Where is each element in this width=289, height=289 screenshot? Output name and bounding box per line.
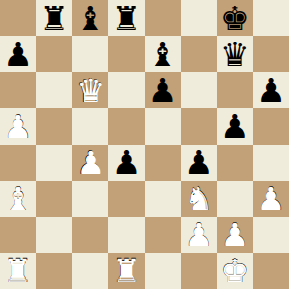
black-king[interactable]: ♚ — [220, 2, 250, 35]
square-h2[interactable] — [253, 217, 289, 253]
white-pawn[interactable]: ♟♙ — [220, 218, 250, 251]
square-b6[interactable] — [36, 72, 72, 108]
black-rook-glyph-fill: ♜ — [39, 2, 69, 35]
white-pawn-glyph-fill: ♟ — [76, 147, 105, 179]
square-b7[interactable] — [36, 36, 72, 72]
white-knight[interactable]: ♞♘ — [184, 182, 214, 215]
black-pawn[interactable]: ♟ — [3, 38, 33, 71]
square-h6[interactable]: ♟ — [253, 72, 289, 108]
square-h7[interactable] — [253, 36, 289, 72]
black-pawn-glyph-fill: ♟ — [3, 38, 33, 71]
square-a1[interactable]: ♜♖ — [0, 253, 36, 289]
square-c6[interactable]: ♛♕ — [72, 72, 108, 108]
square-e6[interactable]: ♟ — [145, 72, 181, 108]
white-bishop-glyph-fill: ♝ — [4, 183, 33, 215]
square-d5[interactable] — [108, 108, 144, 144]
white-pawn[interactable]: ♟♙ — [3, 110, 33, 143]
square-e4[interactable] — [145, 145, 181, 181]
square-a7[interactable]: ♟ — [0, 36, 36, 72]
square-a8[interactable] — [0, 0, 36, 36]
black-king-glyph-fill: ♚ — [220, 2, 250, 35]
white-rook-glyph-fill: ♜ — [112, 255, 141, 287]
black-pawn[interactable]: ♟ — [112, 146, 142, 179]
black-bishop[interactable]: ♝ — [148, 38, 178, 71]
square-b3[interactable] — [36, 181, 72, 217]
square-h3[interactable]: ♟♙ — [253, 181, 289, 217]
square-c7[interactable] — [72, 36, 108, 72]
white-rook[interactable]: ♜♖ — [112, 254, 142, 287]
square-a5[interactable]: ♟♙ — [0, 108, 36, 144]
black-pawn-glyph-fill: ♟ — [220, 110, 250, 143]
black-bishop-glyph-fill: ♝ — [76, 2, 106, 35]
black-pawn-glyph-fill: ♟ — [112, 146, 142, 179]
black-rook-glyph-fill: ♜ — [112, 2, 142, 35]
square-g1[interactable]: ♚♔ — [217, 253, 253, 289]
black-rook[interactable]: ♜ — [112, 2, 142, 35]
square-a6[interactable] — [0, 72, 36, 108]
black-pawn-glyph-fill: ♟ — [148, 74, 178, 107]
black-pawn[interactable]: ♟ — [220, 110, 250, 143]
square-g6[interactable] — [217, 72, 253, 108]
square-c1[interactable] — [72, 253, 108, 289]
white-pawn-glyph-fill: ♟ — [4, 110, 33, 142]
square-b8[interactable]: ♜ — [36, 0, 72, 36]
black-pawn[interactable]: ♟ — [184, 146, 214, 179]
square-f6[interactable] — [181, 72, 217, 108]
white-pawn[interactable]: ♟♙ — [256, 182, 286, 215]
black-queen-glyph-fill: ♛ — [220, 38, 250, 71]
square-c5[interactable] — [72, 108, 108, 144]
square-a4[interactable] — [0, 145, 36, 181]
square-f3[interactable]: ♞♘ — [181, 181, 217, 217]
black-rook[interactable]: ♜ — [39, 2, 69, 35]
black-bishop-glyph-fill: ♝ — [148, 38, 178, 71]
square-b5[interactable] — [36, 108, 72, 144]
square-h8[interactable] — [253, 0, 289, 36]
square-d7[interactable] — [108, 36, 144, 72]
white-knight-glyph-fill: ♞ — [184, 183, 213, 215]
square-e2[interactable] — [145, 217, 181, 253]
white-rook[interactable]: ♜♖ — [3, 254, 33, 287]
square-d2[interactable] — [108, 217, 144, 253]
square-c8[interactable]: ♝ — [72, 0, 108, 36]
white-king[interactable]: ♚♔ — [220, 254, 250, 287]
white-king-glyph-fill: ♚ — [220, 255, 249, 287]
square-a3[interactable]: ♝♗ — [0, 181, 36, 217]
white-queen-glyph-fill: ♛ — [76, 74, 105, 106]
square-b4[interactable] — [36, 145, 72, 181]
square-h5[interactable] — [253, 108, 289, 144]
white-bishop[interactable]: ♝♗ — [3, 182, 33, 215]
square-b1[interactable] — [36, 253, 72, 289]
square-c4[interactable]: ♟♙ — [72, 145, 108, 181]
black-queen[interactable]: ♛ — [220, 38, 250, 71]
square-g2[interactable]: ♟♙ — [217, 217, 253, 253]
chess-board: ♜♝♜♚♟♝♛♛♕♟♟♟♙♟♟♙♟♟♝♗♞♘♟♙♟♙♟♙♜♖♜♖♚♔ — [0, 0, 289, 289]
white-pawn-glyph-fill: ♟ — [257, 183, 286, 215]
square-f2[interactable]: ♟♙ — [181, 217, 217, 253]
white-pawn[interactable]: ♟♙ — [184, 218, 214, 251]
square-c2[interactable] — [72, 217, 108, 253]
square-a2[interactable] — [0, 217, 36, 253]
white-pawn-glyph-fill: ♟ — [220, 219, 249, 251]
square-d3[interactable] — [108, 181, 144, 217]
square-f1[interactable] — [181, 253, 217, 289]
square-g3[interactable] — [217, 181, 253, 217]
square-g5[interactable]: ♟ — [217, 108, 253, 144]
white-queen[interactable]: ♛♕ — [76, 74, 106, 107]
black-pawn-glyph-fill: ♟ — [256, 74, 286, 107]
square-d8[interactable]: ♜ — [108, 0, 144, 36]
white-rook-glyph-fill: ♜ — [4, 255, 33, 287]
square-d6[interactable] — [108, 72, 144, 108]
square-d1[interactable]: ♜♖ — [108, 253, 144, 289]
black-pawn-glyph-fill: ♟ — [184, 146, 214, 179]
square-g8[interactable]: ♚ — [217, 0, 253, 36]
square-e1[interactable] — [145, 253, 181, 289]
square-f8[interactable] — [181, 0, 217, 36]
black-pawn[interactable]: ♟ — [256, 74, 286, 107]
square-c3[interactable] — [72, 181, 108, 217]
square-e3[interactable] — [145, 181, 181, 217]
black-bishop[interactable]: ♝ — [76, 2, 106, 35]
square-f4[interactable]: ♟ — [181, 145, 217, 181]
square-f5[interactable] — [181, 108, 217, 144]
square-e7[interactable]: ♝ — [145, 36, 181, 72]
square-h1[interactable] — [253, 253, 289, 289]
square-e8[interactable] — [145, 0, 181, 36]
square-e5[interactable] — [145, 108, 181, 144]
square-g7[interactable]: ♛ — [217, 36, 253, 72]
square-g4[interactable] — [217, 145, 253, 181]
square-f7[interactable] — [181, 36, 217, 72]
black-pawn[interactable]: ♟ — [148, 74, 178, 107]
square-d4[interactable]: ♟ — [108, 145, 144, 181]
square-b2[interactable] — [36, 217, 72, 253]
square-h4[interactable] — [253, 145, 289, 181]
white-pawn[interactable]: ♟♙ — [76, 146, 106, 179]
white-pawn-glyph-fill: ♟ — [184, 219, 213, 251]
